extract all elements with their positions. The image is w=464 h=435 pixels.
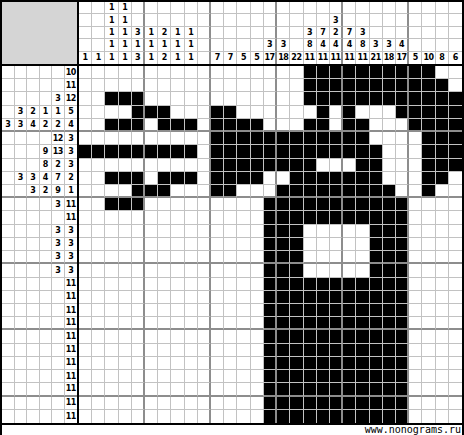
grid-cell[interactable] <box>79 159 92 172</box>
grid-cell[interactable] <box>317 291 330 304</box>
grid-cell[interactable] <box>436 225 449 238</box>
grid-cell[interactable] <box>422 278 435 291</box>
grid-cell[interactable] <box>290 66 303 79</box>
grid-cell[interactable] <box>449 291 462 304</box>
grid-cell[interactable] <box>171 211 184 224</box>
grid-cell[interactable] <box>185 304 198 317</box>
grid-cell[interactable] <box>449 238 462 251</box>
grid-cell[interactable] <box>436 145 449 158</box>
grid-cell[interactable] <box>198 225 211 238</box>
grid-cell[interactable] <box>409 383 422 396</box>
grid-cell[interactable] <box>211 383 224 396</box>
grid-cell[interactable] <box>317 159 330 172</box>
grid-cell[interactable] <box>198 330 211 343</box>
grid-cell[interactable] <box>119 106 132 119</box>
grid-cell[interactable] <box>290 79 303 92</box>
grid-cell[interactable] <box>145 185 158 198</box>
grid-cell[interactable] <box>171 238 184 251</box>
grid-cell[interactable] <box>396 172 409 185</box>
grid-cell[interactable] <box>436 383 449 396</box>
grid-cell[interactable] <box>198 397 211 410</box>
grid-cell[interactable] <box>383 159 396 172</box>
grid-cell[interactable] <box>251 264 264 277</box>
site-url[interactable]: www.nonograms.ru <box>365 425 462 435</box>
grid-cell[interactable] <box>409 132 422 145</box>
grid-cell[interactable] <box>132 304 145 317</box>
grid-cell[interactable] <box>409 291 422 304</box>
grid-cell[interactable] <box>409 145 422 158</box>
grid-cell[interactable] <box>79 251 92 264</box>
grid-cell[interactable] <box>211 397 224 410</box>
grid-cell[interactable] <box>409 106 422 119</box>
grid-cell[interactable] <box>92 264 105 277</box>
grid-cell[interactable] <box>330 198 343 211</box>
grid-cell[interactable] <box>356 357 369 370</box>
grid-cell[interactable] <box>409 278 422 291</box>
grid-cell[interactable] <box>277 304 290 317</box>
grid-cell[interactable] <box>237 159 250 172</box>
grid-cell[interactable] <box>277 383 290 396</box>
grid-cell[interactable] <box>449 278 462 291</box>
grid-cell[interactable] <box>264 159 277 172</box>
grid-cell[interactable] <box>171 304 184 317</box>
grid-cell[interactable] <box>105 106 118 119</box>
grid-cell[interactable] <box>132 291 145 304</box>
grid-cell[interactable] <box>330 251 343 264</box>
grid-cell[interactable] <box>436 119 449 132</box>
grid-cell[interactable] <box>330 79 343 92</box>
grid-cell[interactable] <box>92 225 105 238</box>
grid-cell[interactable] <box>251 383 264 396</box>
grid-cell[interactable] <box>370 172 383 185</box>
grid-cell[interactable] <box>343 344 356 357</box>
grid-cell[interactable] <box>132 317 145 330</box>
grid-cell[interactable] <box>224 370 237 383</box>
grid-cell[interactable] <box>105 397 118 410</box>
grid-cell[interactable] <box>158 119 171 132</box>
grid-cell[interactable] <box>105 132 118 145</box>
grid-cell[interactable] <box>145 344 158 357</box>
grid-cell[interactable] <box>237 304 250 317</box>
grid-cell[interactable] <box>383 291 396 304</box>
grid-cell[interactable] <box>119 370 132 383</box>
grid-cell[interactable] <box>92 291 105 304</box>
grid-cell[interactable] <box>185 145 198 158</box>
grid-cell[interactable] <box>290 119 303 132</box>
grid-cell[interactable] <box>370 92 383 105</box>
grid-cell[interactable] <box>317 317 330 330</box>
grid-cell[interactable] <box>264 185 277 198</box>
grid-cell[interactable] <box>251 317 264 330</box>
grid-cell[interactable] <box>224 304 237 317</box>
grid-cell[interactable] <box>330 304 343 317</box>
grid-cell[interactable] <box>396 92 409 105</box>
grid-cell[interactable] <box>317 264 330 277</box>
grid-cell[interactable] <box>304 357 317 370</box>
grid-cell[interactable] <box>79 132 92 145</box>
grid-cell[interactable] <box>237 238 250 251</box>
grid-cell[interactable] <box>317 238 330 251</box>
grid-cell[interactable] <box>422 79 435 92</box>
grid-cell[interactable] <box>211 185 224 198</box>
grid-cell[interactable] <box>79 225 92 238</box>
grid-cell[interactable] <box>330 344 343 357</box>
grid-cell[interactable] <box>264 264 277 277</box>
grid-cell[interactable] <box>224 225 237 238</box>
grid-cell[interactable] <box>119 344 132 357</box>
grid-cell[interactable] <box>132 344 145 357</box>
grid-cell[interactable] <box>290 304 303 317</box>
grid-cell[interactable] <box>449 330 462 343</box>
grid-cell[interactable] <box>330 330 343 343</box>
grid-cell[interactable] <box>79 92 92 105</box>
grid-cell[interactable] <box>158 383 171 396</box>
grid-cell[interactable] <box>277 66 290 79</box>
grid-cell[interactable] <box>92 357 105 370</box>
grid-cell[interactable] <box>304 159 317 172</box>
grid-cell[interactable] <box>449 145 462 158</box>
grid-cell[interactable] <box>185 225 198 238</box>
grid-cell[interactable] <box>185 198 198 211</box>
grid-cell[interactable] <box>264 330 277 343</box>
grid-cell[interactable] <box>105 159 118 172</box>
grid-cell[interactable] <box>330 92 343 105</box>
grid-cell[interactable] <box>171 370 184 383</box>
grid-cell[interactable] <box>304 344 317 357</box>
grid-cell[interactable] <box>185 238 198 251</box>
grid-cell[interactable] <box>396 159 409 172</box>
grid-cell[interactable] <box>119 397 132 410</box>
grid-cell[interactable] <box>185 172 198 185</box>
grid-cell[interactable] <box>422 344 435 357</box>
grid-cell[interactable] <box>264 397 277 410</box>
grid-cell[interactable] <box>330 66 343 79</box>
grid-cell[interactable] <box>409 198 422 211</box>
grid-cell[interactable] <box>370 370 383 383</box>
grid-cell[interactable] <box>396 264 409 277</box>
grid-cell[interactable] <box>145 106 158 119</box>
grid-cell[interactable] <box>370 278 383 291</box>
grid-cell[interactable] <box>383 383 396 396</box>
grid-cell[interactable] <box>396 397 409 410</box>
grid-cell[interactable] <box>317 132 330 145</box>
grid-cell[interactable] <box>119 132 132 145</box>
grid-cell[interactable] <box>211 172 224 185</box>
grid-cell[interactable] <box>145 211 158 224</box>
grid-cell[interactable] <box>436 344 449 357</box>
grid-cell[interactable] <box>304 211 317 224</box>
grid-cell[interactable] <box>396 317 409 330</box>
grid-cell[interactable] <box>436 397 449 410</box>
grid-cell[interactable] <box>105 79 118 92</box>
grid-cell[interactable] <box>383 145 396 158</box>
grid-cell[interactable] <box>422 172 435 185</box>
grid-cell[interactable] <box>145 172 158 185</box>
grid-cell[interactable] <box>449 79 462 92</box>
grid-cell[interactable] <box>158 92 171 105</box>
grid-cell[interactable] <box>211 198 224 211</box>
grid-cell[interactable] <box>92 132 105 145</box>
grid-cell[interactable] <box>145 225 158 238</box>
grid-cell[interactable] <box>290 238 303 251</box>
grid-cell[interactable] <box>277 159 290 172</box>
grid-cell[interactable] <box>422 66 435 79</box>
grid-cell[interactable] <box>264 145 277 158</box>
grid-cell[interactable] <box>224 330 237 343</box>
grid-cell[interactable] <box>158 330 171 343</box>
grid-cell[interactable] <box>237 344 250 357</box>
grid-cell[interactable] <box>343 317 356 330</box>
grid-cell[interactable] <box>119 330 132 343</box>
grid-cell[interactable] <box>370 251 383 264</box>
grid-cell[interactable] <box>132 330 145 343</box>
grid-cell[interactable] <box>119 198 132 211</box>
grid-cell[interactable] <box>330 145 343 158</box>
grid-cell[interactable] <box>132 278 145 291</box>
grid-cell[interactable] <box>343 172 356 185</box>
grid-cell[interactable] <box>409 370 422 383</box>
grid-cell[interactable] <box>105 330 118 343</box>
grid-cell[interactable] <box>79 397 92 410</box>
grid-cell[interactable] <box>145 132 158 145</box>
grid-cell[interactable] <box>92 370 105 383</box>
grid-cell[interactable] <box>237 106 250 119</box>
grid-cell[interactable] <box>343 370 356 383</box>
grid-cell[interactable] <box>224 198 237 211</box>
grid-cell[interactable] <box>119 92 132 105</box>
grid-cell[interactable] <box>211 159 224 172</box>
grid-cell[interactable] <box>317 92 330 105</box>
grid-cell[interactable] <box>264 251 277 264</box>
grid-cell[interactable] <box>185 211 198 224</box>
grid-cell[interactable] <box>119 317 132 330</box>
grid-cell[interactable] <box>198 185 211 198</box>
grid-cell[interactable] <box>237 79 250 92</box>
grid-cell[interactable] <box>449 225 462 238</box>
grid-cell[interactable] <box>383 278 396 291</box>
grid-cell[interactable] <box>396 330 409 343</box>
grid-cell[interactable] <box>264 278 277 291</box>
grid-cell[interactable] <box>317 304 330 317</box>
grid-cell[interactable] <box>132 264 145 277</box>
grid-cell[interactable] <box>436 79 449 92</box>
grid-cell[interactable] <box>449 198 462 211</box>
grid-cell[interactable] <box>290 357 303 370</box>
grid-cell[interactable] <box>277 238 290 251</box>
grid-cell[interactable] <box>198 159 211 172</box>
grid-cell[interactable] <box>105 211 118 224</box>
grid-cell[interactable] <box>92 119 105 132</box>
grid-cell[interactable] <box>119 172 132 185</box>
grid-cell[interactable] <box>422 304 435 317</box>
grid-cell[interactable] <box>304 410 317 423</box>
grid-cell[interactable] <box>158 185 171 198</box>
grid-cell[interactable] <box>251 185 264 198</box>
grid-cell[interactable] <box>185 132 198 145</box>
grid-cell[interactable] <box>237 317 250 330</box>
grid-cell[interactable] <box>92 410 105 423</box>
grid-cell[interactable] <box>251 159 264 172</box>
grid-cell[interactable] <box>277 106 290 119</box>
grid-cell[interactable] <box>198 410 211 423</box>
grid-cell[interactable] <box>422 159 435 172</box>
grid-cell[interactable] <box>264 106 277 119</box>
grid-cell[interactable] <box>171 132 184 145</box>
grid-cell[interactable] <box>105 344 118 357</box>
grid-cell[interactable] <box>330 106 343 119</box>
grid-cell[interactable] <box>79 291 92 304</box>
grid-cell[interactable] <box>383 251 396 264</box>
grid-cell[interactable] <box>119 211 132 224</box>
grid-cell[interactable] <box>145 383 158 396</box>
grid-cell[interactable] <box>237 251 250 264</box>
grid-cell[interactable] <box>132 370 145 383</box>
grid-cell[interactable] <box>171 264 184 277</box>
grid-cell[interactable] <box>422 291 435 304</box>
grid-cell[interactable] <box>237 198 250 211</box>
grid-cell[interactable] <box>224 397 237 410</box>
grid-cell[interactable] <box>237 132 250 145</box>
grid-cell[interactable] <box>158 172 171 185</box>
grid-cell[interactable] <box>211 291 224 304</box>
grid-cell[interactable] <box>198 264 211 277</box>
grid-cell[interactable] <box>119 145 132 158</box>
grid-cell[interactable] <box>330 264 343 277</box>
grid-cell[interactable] <box>370 225 383 238</box>
grid-cell[interactable] <box>396 145 409 158</box>
grid-cell[interactable] <box>383 225 396 238</box>
grid-cell[interactable] <box>343 106 356 119</box>
grid-cell[interactable] <box>132 132 145 145</box>
grid-cell[interactable] <box>119 79 132 92</box>
grid-cell[interactable] <box>370 106 383 119</box>
grid-cell[interactable] <box>237 225 250 238</box>
grid-cell[interactable] <box>449 317 462 330</box>
grid-cell[interactable] <box>119 238 132 251</box>
grid-cell[interactable] <box>224 264 237 277</box>
grid-cell[interactable] <box>449 172 462 185</box>
grid-cell[interactable] <box>211 145 224 158</box>
grid-cell[interactable] <box>396 66 409 79</box>
grid-cell[interactable] <box>79 185 92 198</box>
grid-cell[interactable] <box>317 172 330 185</box>
grid-cell[interactable] <box>224 66 237 79</box>
grid-cell[interactable] <box>158 198 171 211</box>
grid-cell[interactable] <box>277 225 290 238</box>
grid-cell[interactable] <box>422 330 435 343</box>
grid-cell[interactable] <box>409 304 422 317</box>
grid-cell[interactable] <box>224 106 237 119</box>
grid-cell[interactable] <box>171 357 184 370</box>
grid-cell[interactable] <box>198 92 211 105</box>
grid-cell[interactable] <box>304 225 317 238</box>
grid-cell[interactable] <box>79 370 92 383</box>
grid-cell[interactable] <box>449 211 462 224</box>
grid-cell[interactable] <box>290 410 303 423</box>
grid-cell[interactable] <box>92 304 105 317</box>
grid-cell[interactable] <box>264 225 277 238</box>
grid-cell[interactable] <box>330 278 343 291</box>
grid-cell[interactable] <box>370 66 383 79</box>
grid-cell[interactable] <box>185 317 198 330</box>
grid-cell[interactable] <box>264 79 277 92</box>
grid-cell[interactable] <box>317 397 330 410</box>
grid-cell[interactable] <box>304 132 317 145</box>
grid-cell[interactable] <box>79 317 92 330</box>
grid-cell[interactable] <box>317 383 330 396</box>
grid-cell[interactable] <box>343 357 356 370</box>
grid-cell[interactable] <box>449 251 462 264</box>
grid-cell[interactable] <box>396 370 409 383</box>
grid-cell[interactable] <box>105 238 118 251</box>
grid-cell[interactable] <box>198 370 211 383</box>
grid-cell[interactable] <box>158 159 171 172</box>
grid-cell[interactable] <box>145 251 158 264</box>
grid-cell[interactable] <box>422 264 435 277</box>
grid-cell[interactable] <box>317 344 330 357</box>
grid-cell[interactable] <box>317 278 330 291</box>
grid-cell[interactable] <box>290 145 303 158</box>
grid-cell[interactable] <box>211 330 224 343</box>
grid-cell[interactable] <box>92 251 105 264</box>
grid-cell[interactable] <box>409 92 422 105</box>
grid-cell[interactable] <box>436 330 449 343</box>
grid-cell[interactable] <box>422 370 435 383</box>
grid-cell[interactable] <box>211 225 224 238</box>
grid-cell[interactable] <box>158 264 171 277</box>
grid-cell[interactable] <box>171 106 184 119</box>
grid-cell[interactable] <box>330 238 343 251</box>
grid-cell[interactable] <box>304 185 317 198</box>
grid-cell[interactable] <box>290 291 303 304</box>
grid-cell[interactable] <box>396 211 409 224</box>
grid-cell[interactable] <box>198 278 211 291</box>
grid-cell[interactable] <box>449 370 462 383</box>
grid-cell[interactable] <box>224 159 237 172</box>
grid-cell[interactable] <box>92 185 105 198</box>
grid-cell[interactable] <box>277 145 290 158</box>
grid-cell[interactable] <box>422 132 435 145</box>
grid-cell[interactable] <box>290 264 303 277</box>
grid-cell[interactable] <box>224 211 237 224</box>
grid-cell[interactable] <box>409 251 422 264</box>
grid-cell[interactable] <box>185 344 198 357</box>
grid-cell[interactable] <box>237 211 250 224</box>
grid-cell[interactable] <box>383 410 396 423</box>
grid-cell[interactable] <box>185 383 198 396</box>
grid-cell[interactable] <box>290 383 303 396</box>
grid-cell[interactable] <box>119 278 132 291</box>
grid-cell[interactable] <box>264 238 277 251</box>
grid-cell[interactable] <box>356 317 369 330</box>
grid-cell[interactable] <box>409 66 422 79</box>
grid-cell[interactable] <box>158 132 171 145</box>
grid-cell[interactable] <box>145 92 158 105</box>
grid-cell[interactable] <box>79 119 92 132</box>
grid-cell[interactable] <box>356 383 369 396</box>
grid-cell[interactable] <box>436 238 449 251</box>
grid-cell[interactable] <box>264 291 277 304</box>
grid-cell[interactable] <box>158 145 171 158</box>
grid-cell[interactable] <box>330 185 343 198</box>
grid-cell[interactable] <box>211 344 224 357</box>
grid-cell[interactable] <box>317 79 330 92</box>
grid-cell[interactable] <box>185 357 198 370</box>
grid-cell[interactable] <box>317 357 330 370</box>
grid-cell[interactable] <box>224 119 237 132</box>
grid-cell[interactable] <box>171 198 184 211</box>
grid-cell[interactable] <box>449 344 462 357</box>
